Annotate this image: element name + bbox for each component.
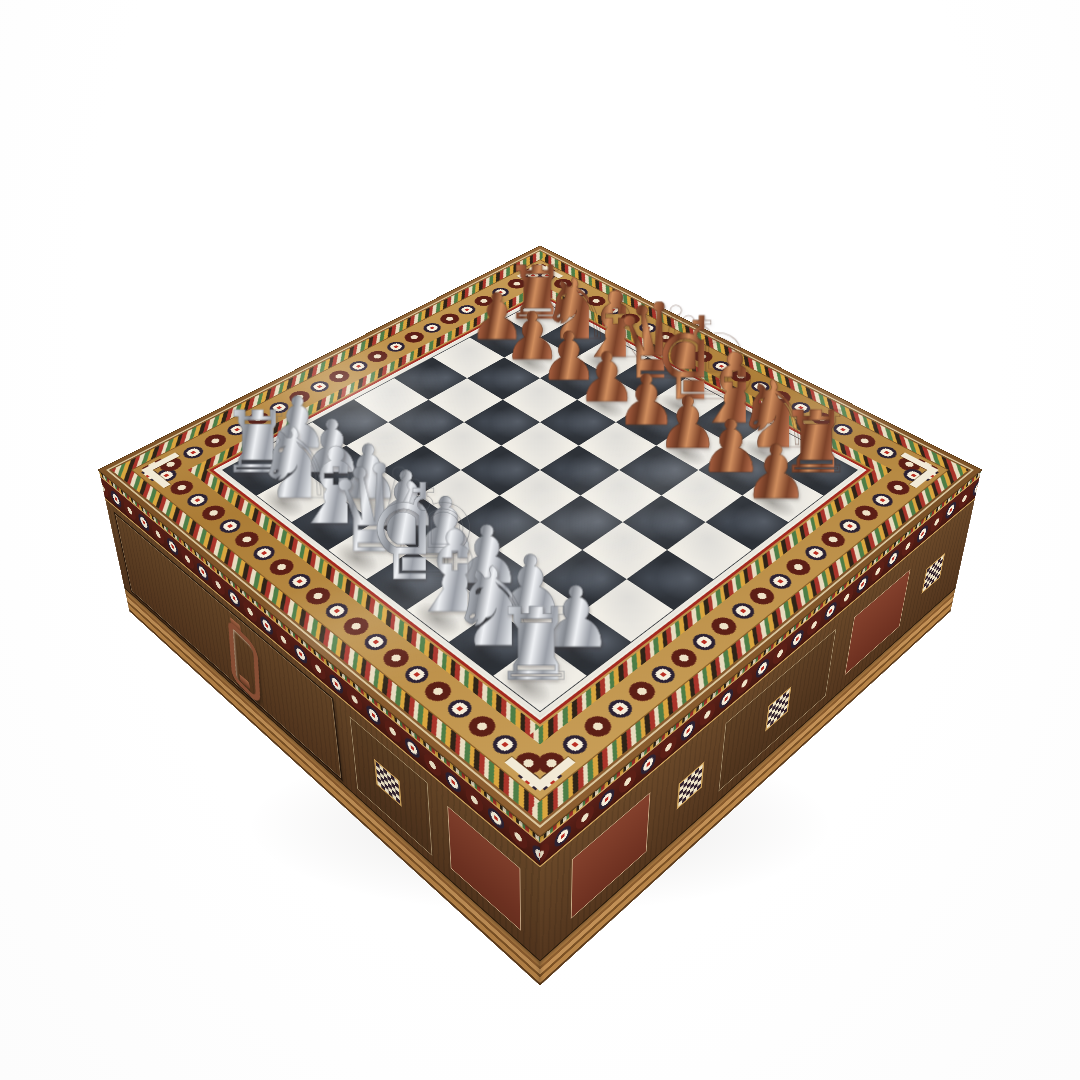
chess-box: ♜♞♝♛♚♝♞♜♟♟♟♟♟♟♟♟♟♟♟♟♟♟♟♟♜♞♝♛♚♝♞♜: [99, 246, 981, 836]
mosaic-inlay-square: [677, 762, 705, 810]
box-top-face: ♜♞♝♛♚♝♞♜♟♟♟♟♟♟♟♟♟♟♟♟♟♟♟♟♜♞♝♛♚♝♞♜: [99, 246, 981, 836]
scene: ♜♞♝♛♚♝♞♜♟♟♟♟♟♟♟♟♟♟♟♟♟♟♟♟♜♞♝♛♚♝♞♜: [0, 0, 1080, 1080]
corner-inlay: [882, 452, 939, 488]
mosaic-inlay-square: [921, 553, 945, 594]
piece-black-pawn-h7[interactable]: ♟: [743, 442, 801, 503]
corner-inlay: [141, 452, 198, 488]
piece-white-rook-h1[interactable]: ♜: [492, 604, 559, 686]
stage: ♜♞♝♛♚♝♞♜♟♟♟♟♟♟♟♟♟♟♟♟♟♟♟♟♜♞♝♛♚♝♞♜: [0, 0, 1080, 1080]
pieces-layer: ♜♞♝♛♚♝♞♜♟♟♟♟♟♟♟♟♟♟♟♟♟♟♟♟♜♞♝♛♚♝♞♜: [223, 300, 857, 711]
corner-inlay: [505, 735, 576, 791]
